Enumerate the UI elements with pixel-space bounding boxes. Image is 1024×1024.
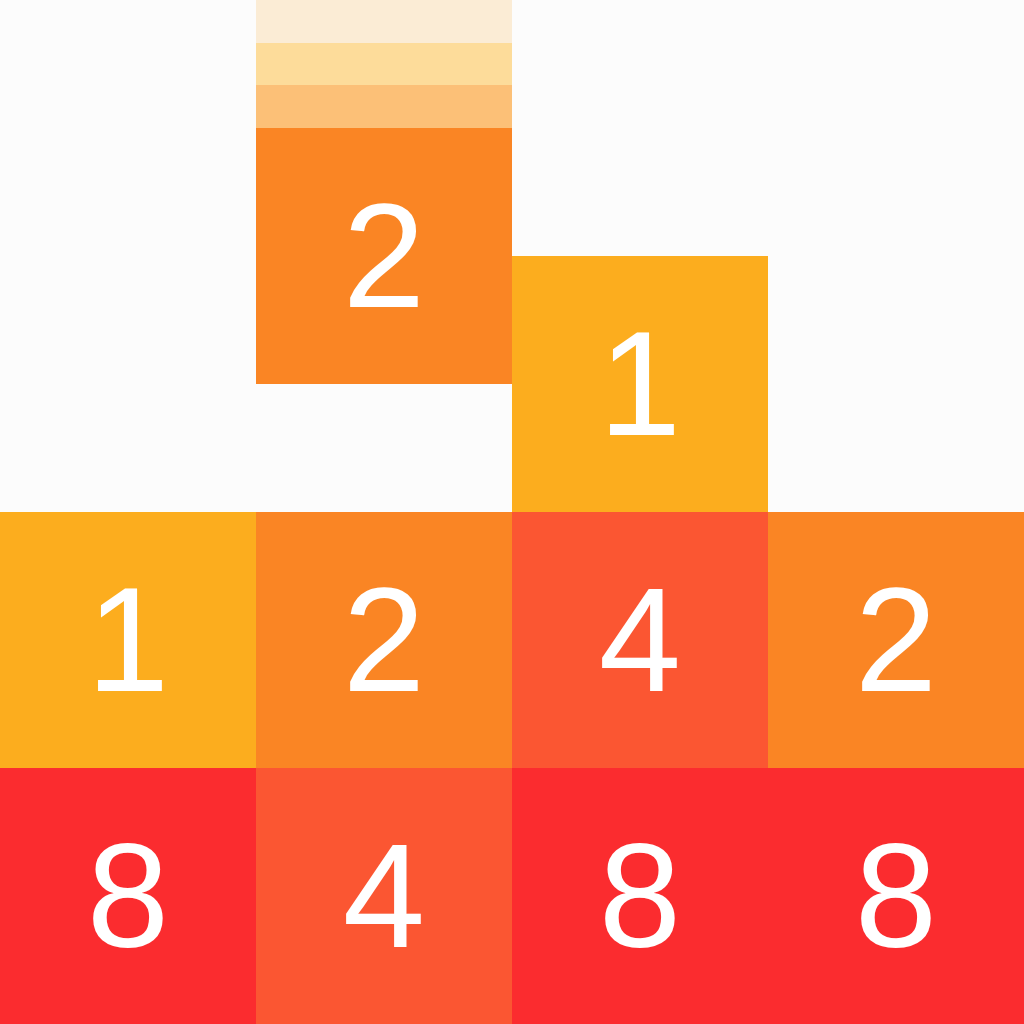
tile-4-row3-col1: 4	[256, 768, 512, 1024]
falling-tile-2[interactable]: 2	[256, 128, 512, 384]
tile-1-row2-col0: 1	[0, 512, 256, 768]
trail-stripe-bottom	[256, 85, 512, 128]
tile-2-row2-col1: 2	[256, 512, 512, 768]
tile-8-row3-col3: 8	[768, 768, 1024, 1024]
trail-stripe-top	[256, 0, 512, 43]
tile-2-row2-col3: 2	[768, 512, 1024, 768]
tile-1-row1-col2: 1	[512, 256, 768, 512]
falling-tile-trail	[256, 0, 512, 128]
trail-stripe-middle	[256, 43, 512, 86]
tile-4-row2-col2: 4	[512, 512, 768, 768]
tile-8-row3-col2: 8	[512, 768, 768, 1024]
game-board[interactable]: 2 1 1 2 4 2 8 4 8 8	[0, 0, 1024, 1024]
tile-8-row3-col0: 8	[0, 768, 256, 1024]
